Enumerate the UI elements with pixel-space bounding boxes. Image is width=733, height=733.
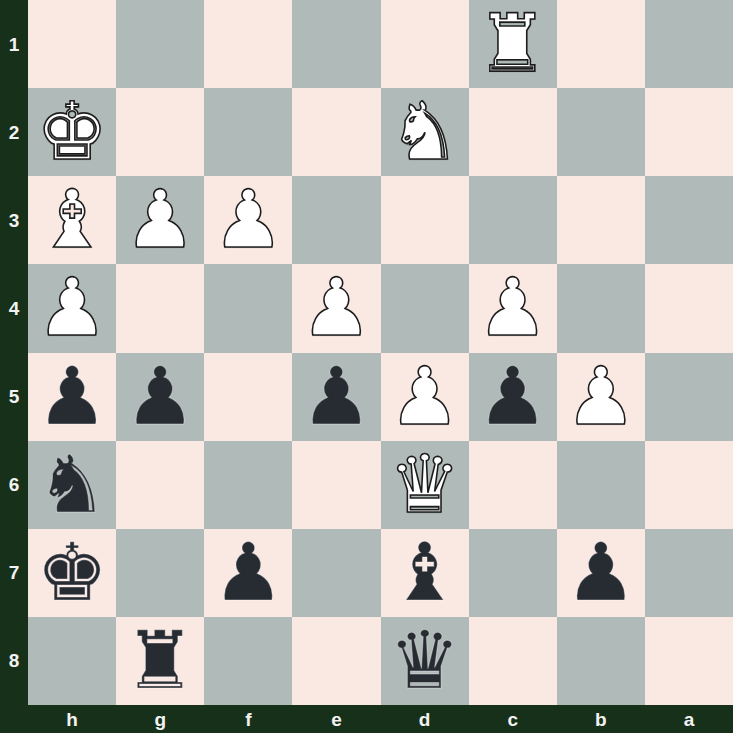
white-knight-d2[interactable]: ♞ bbox=[389, 88, 461, 176]
square-e2[interactable] bbox=[292, 88, 380, 176]
square-e8[interactable] bbox=[292, 617, 380, 705]
square-h4[interactable]: ♟ bbox=[28, 264, 116, 352]
square-g2[interactable] bbox=[116, 88, 204, 176]
square-b2[interactable] bbox=[557, 88, 645, 176]
square-c4[interactable]: ♟ bbox=[469, 264, 557, 352]
white-queen-d6[interactable]: ♛ bbox=[389, 441, 461, 529]
square-h6[interactable]: ♞ bbox=[28, 441, 116, 529]
square-b7[interactable]: ♟ bbox=[557, 529, 645, 617]
square-b3[interactable] bbox=[557, 176, 645, 264]
square-h7[interactable]: ♚ bbox=[28, 529, 116, 617]
square-b6[interactable] bbox=[557, 441, 645, 529]
square-c3[interactable] bbox=[469, 176, 557, 264]
square-d5[interactable]: ♟ bbox=[381, 353, 469, 441]
rank-label-5: 5 bbox=[0, 353, 28, 441]
square-c6[interactable] bbox=[469, 441, 557, 529]
square-f7[interactable]: ♟ bbox=[204, 529, 292, 617]
white-rook-c1[interactable]: ♜ bbox=[477, 0, 549, 88]
square-d8[interactable]: ♛ bbox=[381, 617, 469, 705]
square-h2[interactable]: ♚ bbox=[28, 88, 116, 176]
black-king-h7[interactable]: ♚ bbox=[36, 529, 108, 617]
square-c8[interactable] bbox=[469, 617, 557, 705]
square-d7[interactable]: ♝ bbox=[381, 529, 469, 617]
square-g3[interactable]: ♟ bbox=[116, 176, 204, 264]
square-e6[interactable] bbox=[292, 441, 380, 529]
rank-label-2: 2 bbox=[0, 88, 28, 176]
file-label-a: a bbox=[645, 705, 733, 733]
square-b5[interactable]: ♟ bbox=[557, 353, 645, 441]
square-e1[interactable] bbox=[292, 0, 380, 88]
black-pawn-g5[interactable]: ♟ bbox=[124, 353, 196, 441]
file-label-b: b bbox=[557, 705, 645, 733]
square-c7[interactable] bbox=[469, 529, 557, 617]
black-rook-g8[interactable]: ♜ bbox=[124, 617, 196, 705]
white-pawn-e4[interactable]: ♟ bbox=[301, 264, 373, 352]
black-pawn-c5[interactable]: ♟ bbox=[477, 353, 549, 441]
white-pawn-g3[interactable]: ♟ bbox=[124, 176, 196, 264]
black-bishop-d7[interactable]: ♝ bbox=[389, 529, 461, 617]
square-d1[interactable] bbox=[381, 0, 469, 88]
white-pawn-f3[interactable]: ♟ bbox=[212, 176, 284, 264]
square-e5[interactable]: ♟ bbox=[292, 353, 380, 441]
square-a1[interactable] bbox=[645, 0, 733, 88]
black-queen-d8[interactable]: ♛ bbox=[389, 617, 461, 705]
square-d2[interactable]: ♞ bbox=[381, 88, 469, 176]
white-pawn-d5[interactable]: ♟ bbox=[389, 353, 461, 441]
square-f3[interactable]: ♟ bbox=[204, 176, 292, 264]
square-b4[interactable] bbox=[557, 264, 645, 352]
chess-board-app: 12345678 ♜♚♞♝♟♟♟♟♟♟♟♟♟♟♟♞♛♚♟♝♟♜♛ hgfedcb… bbox=[0, 0, 733, 733]
file-label-h: h bbox=[28, 705, 116, 733]
square-f5[interactable] bbox=[204, 353, 292, 441]
square-a3[interactable] bbox=[645, 176, 733, 264]
file-label-e: e bbox=[292, 705, 380, 733]
square-d3[interactable] bbox=[381, 176, 469, 264]
square-g5[interactable]: ♟ bbox=[116, 353, 204, 441]
black-pawn-f7[interactable]: ♟ bbox=[212, 529, 284, 617]
rank-label-4: 4 bbox=[0, 264, 28, 352]
square-a4[interactable] bbox=[645, 264, 733, 352]
square-a7[interactable] bbox=[645, 529, 733, 617]
file-label-d: d bbox=[381, 705, 469, 733]
square-f6[interactable] bbox=[204, 441, 292, 529]
black-knight-h6[interactable]: ♞ bbox=[36, 441, 108, 529]
white-bishop-h3[interactable]: ♝ bbox=[36, 176, 108, 264]
black-pawn-e5[interactable]: ♟ bbox=[301, 353, 373, 441]
square-a6[interactable] bbox=[645, 441, 733, 529]
white-pawn-h4[interactable]: ♟ bbox=[36, 264, 108, 352]
square-f2[interactable] bbox=[204, 88, 292, 176]
square-c1[interactable]: ♜ bbox=[469, 0, 557, 88]
square-c5[interactable]: ♟ bbox=[469, 353, 557, 441]
square-g7[interactable] bbox=[116, 529, 204, 617]
square-b1[interactable] bbox=[557, 0, 645, 88]
file-label-f: f bbox=[204, 705, 292, 733]
square-h1[interactable] bbox=[28, 0, 116, 88]
square-h8[interactable] bbox=[28, 617, 116, 705]
square-d6[interactable]: ♛ bbox=[381, 441, 469, 529]
white-king-h2[interactable]: ♚ bbox=[36, 88, 108, 176]
square-f8[interactable] bbox=[204, 617, 292, 705]
square-h3[interactable]: ♝ bbox=[28, 176, 116, 264]
square-h5[interactable]: ♟ bbox=[28, 353, 116, 441]
square-g8[interactable]: ♜ bbox=[116, 617, 204, 705]
square-e4[interactable]: ♟ bbox=[292, 264, 380, 352]
white-pawn-c4[interactable]: ♟ bbox=[477, 264, 549, 352]
square-g4[interactable] bbox=[116, 264, 204, 352]
file-label-g: g bbox=[116, 705, 204, 733]
white-pawn-b5[interactable]: ♟ bbox=[565, 353, 637, 441]
square-e3[interactable] bbox=[292, 176, 380, 264]
square-b8[interactable] bbox=[557, 617, 645, 705]
square-a5[interactable] bbox=[645, 353, 733, 441]
black-pawn-h5[interactable]: ♟ bbox=[36, 353, 108, 441]
chess-board: ♜♚♞♝♟♟♟♟♟♟♟♟♟♟♟♞♛♚♟♝♟♜♛ bbox=[28, 0, 733, 705]
rank-label-8: 8 bbox=[0, 617, 28, 705]
black-pawn-b7[interactable]: ♟ bbox=[565, 529, 637, 617]
rank-label-7: 7 bbox=[0, 529, 28, 617]
file-labels: hgfedcba bbox=[28, 705, 733, 733]
square-f4[interactable] bbox=[204, 264, 292, 352]
square-g1[interactable] bbox=[116, 0, 204, 88]
square-g6[interactable] bbox=[116, 441, 204, 529]
square-c2[interactable] bbox=[469, 88, 557, 176]
rank-label-3: 3 bbox=[0, 176, 28, 264]
rank-label-1: 1 bbox=[0, 0, 28, 88]
file-label-c: c bbox=[469, 705, 557, 733]
square-a2[interactable] bbox=[645, 88, 733, 176]
square-e7[interactable] bbox=[292, 529, 380, 617]
square-f1[interactable] bbox=[204, 0, 292, 88]
rank-label-6: 6 bbox=[0, 441, 28, 529]
rank-labels: 12345678 bbox=[0, 0, 28, 705]
square-a8[interactable] bbox=[645, 617, 733, 705]
square-d4[interactable] bbox=[381, 264, 469, 352]
